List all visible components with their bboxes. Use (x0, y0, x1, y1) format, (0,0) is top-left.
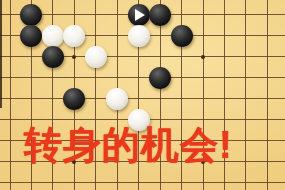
star-point (72, 55, 76, 59)
black-stone[interactable] (149, 4, 171, 26)
black-stone[interactable] (128, 4, 150, 26)
white-stone[interactable] (128, 25, 150, 47)
last-move-triangle-marker (135, 9, 145, 21)
caption-text: 转身的机会! (24, 125, 233, 167)
black-stone[interactable] (149, 67, 171, 89)
white-stone[interactable] (63, 25, 85, 47)
white-stone[interactable] (85, 46, 107, 68)
go-board[interactable]: 转身的机会! (0, 0, 285, 190)
black-stone[interactable] (42, 46, 64, 68)
white-stone[interactable] (106, 88, 128, 110)
screen-edge-artifact (0, 0, 2, 108)
black-stone[interactable] (63, 88, 85, 110)
grid-hline (0, 98, 285, 99)
grid-hline (0, 182, 285, 183)
star-point (201, 55, 205, 59)
black-stone[interactable] (20, 4, 42, 26)
grid-hline (0, 77, 285, 78)
black-stone[interactable] (171, 25, 193, 47)
white-stone[interactable] (42, 25, 64, 47)
black-stone[interactable] (20, 25, 42, 47)
